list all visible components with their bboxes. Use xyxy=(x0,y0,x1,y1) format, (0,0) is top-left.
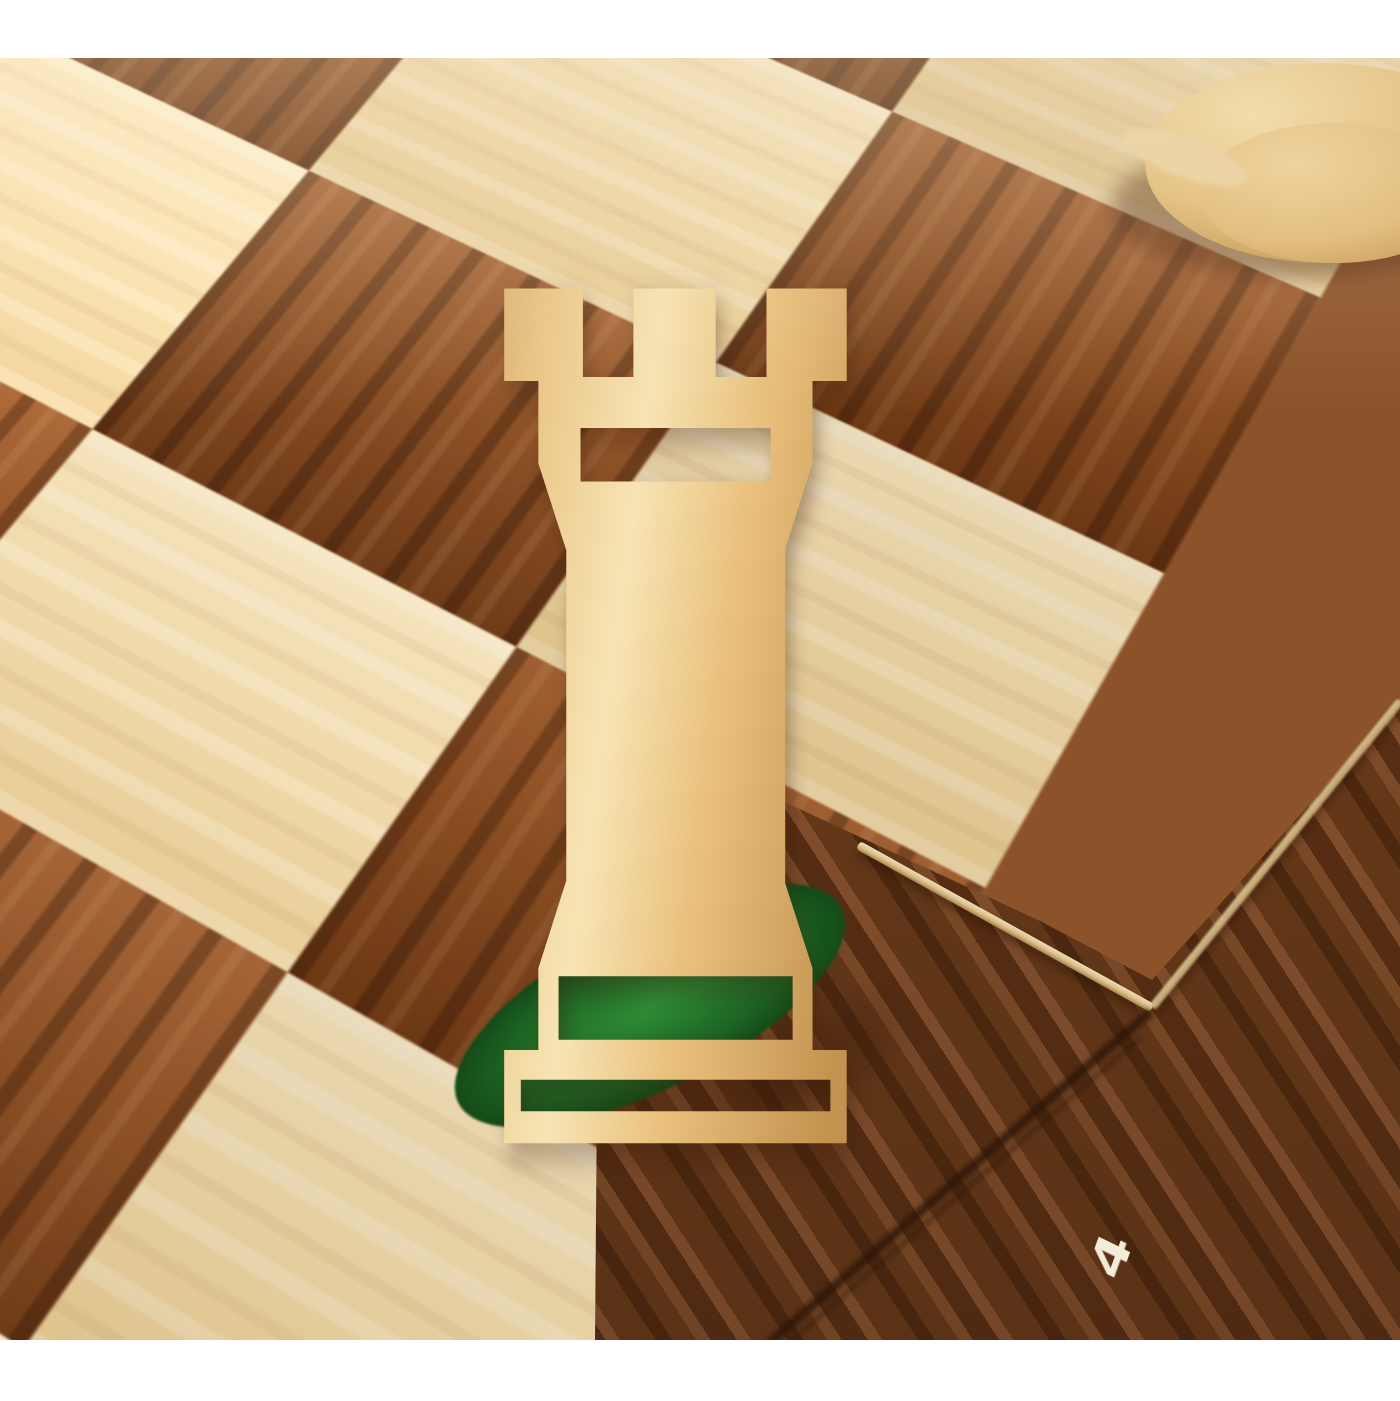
chessboard-photo: 4 ♜ xyxy=(0,0,1400,1401)
photo-margin-top xyxy=(0,0,1400,58)
photo-margin-bottom xyxy=(0,1340,1400,1401)
white-rook-piece[interactable]: ♜ xyxy=(403,152,877,1322)
photo-content: 4 ♜ xyxy=(0,58,1400,1340)
